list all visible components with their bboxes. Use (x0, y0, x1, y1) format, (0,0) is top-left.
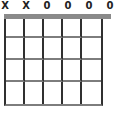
fret-cell (25, 38, 44, 60)
fret-cell (82, 19, 101, 38)
fret-cell (25, 60, 44, 82)
fret-cell (63, 38, 82, 60)
fret-cell (44, 82, 63, 104)
guitar-chord-diagram: X X 0 0 0 0 (0, 0, 117, 118)
fret-cell (82, 82, 101, 104)
string-marker-2: 0 (84, 0, 94, 12)
string-marker-5: X (21, 0, 31, 12)
string-marker-6: X (0, 0, 10, 12)
fret-cell (44, 60, 63, 82)
fret-cell (6, 38, 25, 60)
fret-cell (25, 19, 44, 38)
fret-cell (6, 82, 25, 104)
string-marker-4: 0 (42, 0, 52, 12)
fret-cell (63, 82, 82, 104)
fret-cell (63, 19, 82, 38)
fret-cell (82, 60, 101, 82)
fret-cell (63, 60, 82, 82)
fret-cell (6, 19, 25, 38)
fretboard-grid (4, 19, 103, 106)
fret-cell (44, 19, 63, 38)
fret-cell (6, 60, 25, 82)
string-marker-3: 0 (63, 0, 73, 12)
fret-cell (44, 38, 63, 60)
fret-cell (25, 82, 44, 104)
string-marker-1: 0 (105, 0, 115, 12)
fret-cell (82, 38, 101, 60)
